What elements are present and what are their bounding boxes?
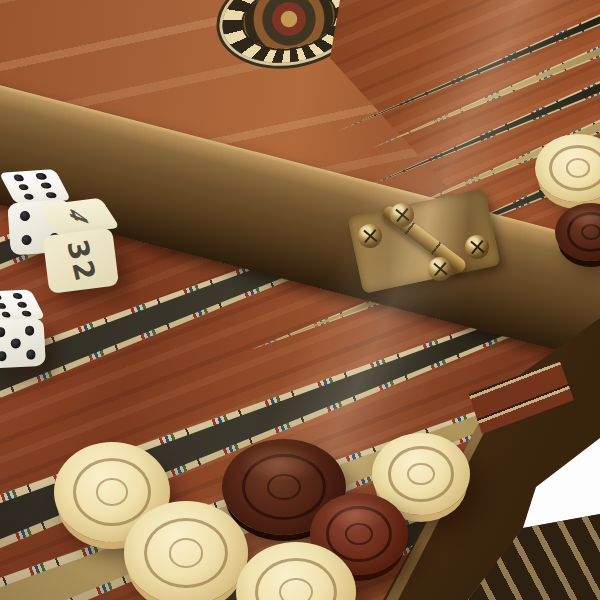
die-pip (12, 293, 24, 299)
die-pip (26, 349, 36, 359)
die-pip (0, 311, 12, 317)
cream-checker[interactable] (124, 501, 248, 600)
die-pip (16, 302, 28, 308)
die-pip (17, 184, 30, 191)
die-pip (0, 303, 8, 309)
die-pip (0, 351, 7, 361)
die-pip (11, 338, 21, 348)
die-pip (21, 235, 32, 246)
checker-ring (581, 224, 600, 240)
checker-ring (279, 578, 313, 600)
cube-top-value: 4 (61, 205, 95, 228)
pieces-layer (0, 0, 600, 600)
checker-ring (407, 463, 434, 486)
die-pip (13, 175, 26, 182)
die-top-face (0, 289, 45, 321)
checker-ring (345, 523, 372, 546)
die-top-face (0, 169, 71, 204)
die-front-face (0, 318, 46, 369)
cream-checker[interactable] (535, 134, 600, 202)
die-pip (21, 310, 33, 316)
white-die-lower[interactable] (0, 286, 54, 373)
die-pip (22, 193, 35, 200)
die-pip (0, 294, 3, 300)
checker-ring (169, 538, 204, 567)
die-pip (35, 173, 48, 180)
backgammon-board-photo: 4 32 (0, 0, 600, 600)
die-pip (24, 325, 34, 335)
dark-checker[interactable] (555, 203, 600, 261)
doubling-cube[interactable]: 4 32 (38, 193, 133, 299)
die-pip (0, 327, 6, 337)
die-pip (40, 182, 53, 189)
cube-front-value: 32 (60, 236, 102, 286)
cube-front-face: 32 (42, 228, 119, 294)
die-pip (19, 211, 30, 222)
checker-ring (566, 158, 590, 177)
die-pip (45, 192, 58, 199)
checker-ring (96, 478, 129, 506)
